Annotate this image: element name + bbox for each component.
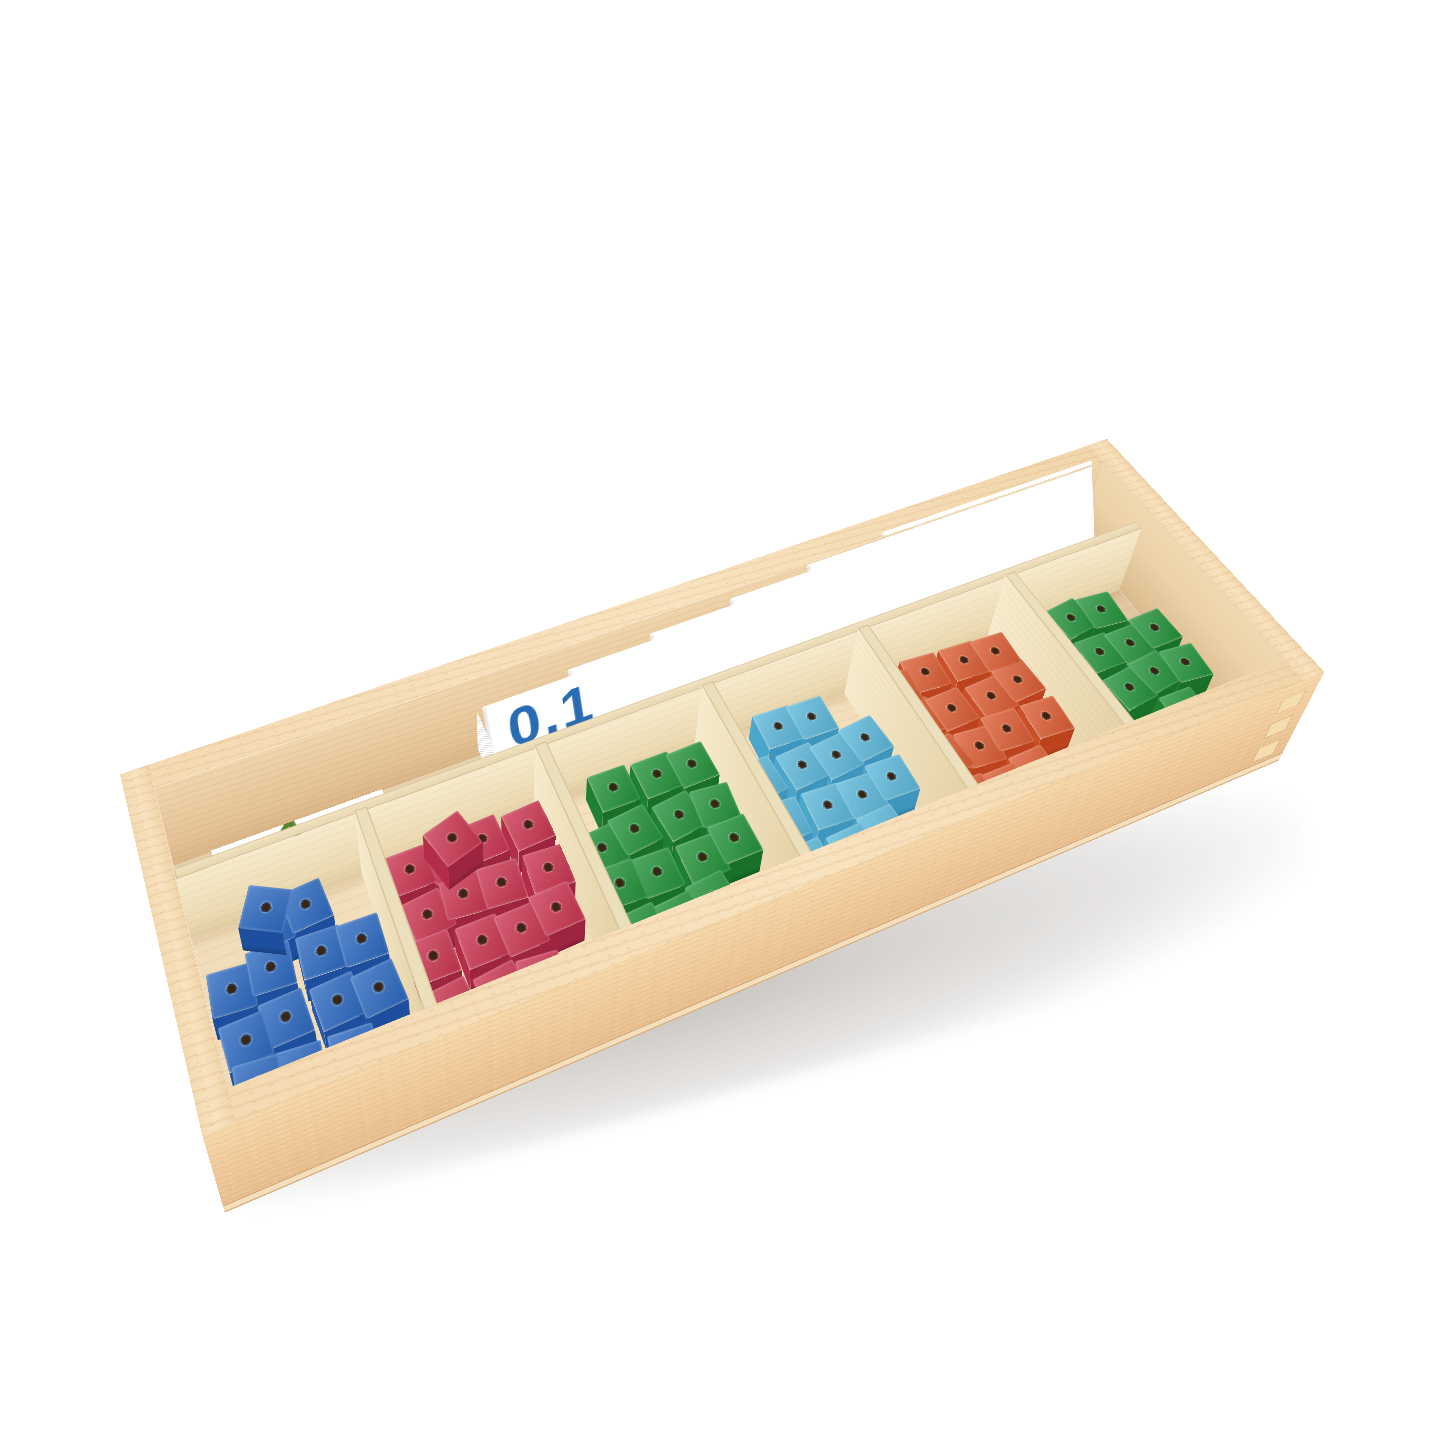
finger-joint <box>1277 691 1305 714</box>
finger-joint <box>1265 716 1292 739</box>
product-photo: 1 0.1 11111 <box>0 0 1445 1445</box>
wooden-box: 1 0.1 11111 <box>141 518 1283 1204</box>
finger-joint <box>1253 740 1280 762</box>
scene: 1 0.1 11111 <box>0 0 1445 1445</box>
wood-cube <box>243 908 296 956</box>
